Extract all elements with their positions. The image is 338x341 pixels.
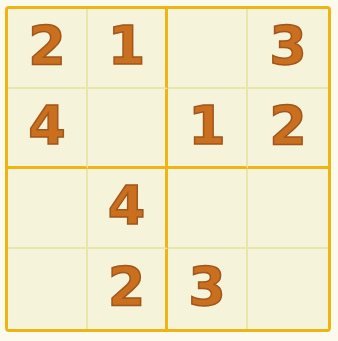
cell-r1c2[interactable]: 1 [88, 9, 168, 89]
digit: 4 [108, 179, 146, 233]
digit: 2 [269, 99, 307, 153]
digit: 1 [188, 99, 226, 153]
digit: 3 [269, 19, 307, 73]
digit: 3 [188, 260, 226, 314]
cell-r3c2[interactable]: 4 [88, 169, 168, 249]
cell-r1c1[interactable]: 2 [8, 9, 88, 89]
cell-r2c1[interactable]: 4 [8, 89, 88, 169]
cell-r3c1[interactable] [8, 169, 88, 249]
digit: 2 [28, 19, 66, 73]
cell-r4c1[interactable] [8, 249, 88, 329]
cell-r4c2[interactable]: 2 [88, 249, 168, 329]
cell-r4c3[interactable]: 3 [168, 249, 248, 329]
cell-r2c2[interactable] [88, 89, 168, 169]
cell-r3c4[interactable] [248, 169, 328, 249]
digit: 1 [108, 19, 146, 73]
digit: 2 [108, 260, 146, 314]
cell-r1c4[interactable]: 3 [248, 9, 328, 89]
sudoku-board: 213412423 [5, 6, 331, 332]
cell-r2c4[interactable]: 2 [248, 89, 328, 169]
cell-r4c4[interactable] [248, 249, 328, 329]
cell-r1c3[interactable] [168, 9, 248, 89]
digit: 4 [28, 99, 66, 153]
cell-r3c3[interactable] [168, 169, 248, 249]
cell-r2c3[interactable]: 1 [168, 89, 248, 169]
